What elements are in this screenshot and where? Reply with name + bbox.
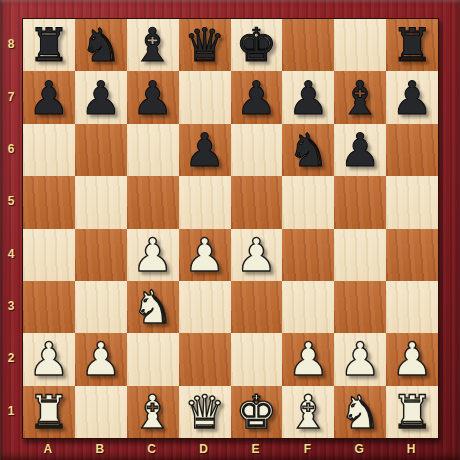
square-h1[interactable]: ♜ <box>386 386 438 438</box>
square-f1[interactable]: ♝ <box>282 386 334 438</box>
square-a2[interactable]: ♟ <box>23 333 75 385</box>
square-d7[interactable] <box>179 71 231 123</box>
square-d5[interactable] <box>179 176 231 228</box>
square-h2[interactable]: ♟ <box>386 333 438 385</box>
piece-black-knight-f6[interactable]: ♞ <box>288 127 329 173</box>
square-a8[interactable]: ♜ <box>23 19 75 71</box>
piece-black-rook-a8[interactable]: ♜ <box>28 22 69 68</box>
square-c5[interactable] <box>127 176 179 228</box>
square-e7[interactable]: ♟ <box>231 71 283 123</box>
piece-black-pawn-d6[interactable]: ♟ <box>184 127 225 173</box>
square-f7[interactable]: ♟ <box>282 71 334 123</box>
piece-white-pawn-b2[interactable]: ♟ <box>80 336 121 382</box>
rank-label-1: 1 <box>0 385 22 437</box>
square-a5[interactable] <box>23 176 75 228</box>
piece-white-king-e1[interactable]: ♚ <box>236 389 277 435</box>
chess-board-frame: 87654321 ♜♞♝♛♚♜♟♟♟♟♟♝♟♟♞♟♟♟♟♞♟♟♟♟♟♜♝♛♚♝♞… <box>0 0 460 460</box>
rank-labels: 87654321 <box>0 18 22 437</box>
square-c1[interactable]: ♝ <box>127 386 179 438</box>
square-b4[interactable] <box>75 229 127 281</box>
file-label-f: F <box>281 437 333 460</box>
piece-white-pawn-g2[interactable]: ♟ <box>340 336 381 382</box>
piece-black-pawn-h7[interactable]: ♟ <box>391 75 432 121</box>
square-d6[interactable]: ♟ <box>179 124 231 176</box>
square-c3[interactable]: ♞ <box>127 281 179 333</box>
piece-white-pawn-h2[interactable]: ♟ <box>391 336 432 382</box>
square-e8[interactable]: ♚ <box>231 19 283 71</box>
file-label-b: B <box>74 437 126 460</box>
square-g6[interactable]: ♟ <box>334 124 386 176</box>
square-h8[interactable]: ♜ <box>386 19 438 71</box>
square-a7[interactable]: ♟ <box>23 71 75 123</box>
square-d1[interactable]: ♛ <box>179 386 231 438</box>
square-g8[interactable] <box>334 19 386 71</box>
square-e2[interactable] <box>231 333 283 385</box>
square-a3[interactable] <box>23 281 75 333</box>
square-e4[interactable]: ♟ <box>231 229 283 281</box>
piece-white-pawn-d4[interactable]: ♟ <box>184 232 225 278</box>
square-h7[interactable]: ♟ <box>386 71 438 123</box>
square-f3[interactable] <box>282 281 334 333</box>
square-c2[interactable] <box>127 333 179 385</box>
piece-white-pawn-f2[interactable]: ♟ <box>288 336 329 382</box>
piece-black-king-e8[interactable]: ♚ <box>236 22 277 68</box>
square-f6[interactable]: ♞ <box>282 124 334 176</box>
piece-white-queen-d1[interactable]: ♛ <box>184 389 225 435</box>
file-label-c: C <box>126 437 178 460</box>
piece-white-pawn-a2[interactable]: ♟ <box>28 336 69 382</box>
square-b6[interactable] <box>75 124 127 176</box>
square-h4[interactable] <box>386 229 438 281</box>
square-f5[interactable] <box>282 176 334 228</box>
square-b3[interactable] <box>75 281 127 333</box>
file-label-h: H <box>385 437 437 460</box>
piece-white-bishop-c1[interactable]: ♝ <box>132 389 173 435</box>
square-f8[interactable] <box>282 19 334 71</box>
square-e3[interactable] <box>231 281 283 333</box>
square-g2[interactable]: ♟ <box>334 333 386 385</box>
square-b8[interactable]: ♞ <box>75 19 127 71</box>
square-g4[interactable] <box>334 229 386 281</box>
piece-black-pawn-a7[interactable]: ♟ <box>28 75 69 121</box>
piece-white-rook-h1[interactable]: ♜ <box>391 389 432 435</box>
piece-black-knight-b8[interactable]: ♞ <box>80 22 121 68</box>
piece-white-pawn-e4[interactable]: ♟ <box>236 232 277 278</box>
square-g1[interactable]: ♞ <box>334 386 386 438</box>
piece-black-pawn-e7[interactable]: ♟ <box>236 75 277 121</box>
rank-label-7: 7 <box>0 70 22 122</box>
square-c6[interactable] <box>127 124 179 176</box>
square-d8[interactable]: ♛ <box>179 19 231 71</box>
square-f4[interactable] <box>282 229 334 281</box>
piece-white-rook-a1[interactable]: ♜ <box>28 389 69 435</box>
square-b7[interactable]: ♟ <box>75 71 127 123</box>
square-b1[interactable] <box>75 386 127 438</box>
square-h6[interactable] <box>386 124 438 176</box>
square-c4[interactable]: ♟ <box>127 229 179 281</box>
piece-black-bishop-c8[interactable]: ♝ <box>132 22 173 68</box>
file-label-a: A <box>22 437 74 460</box>
square-c8[interactable]: ♝ <box>127 19 179 71</box>
piece-black-rook-h8[interactable]: ♜ <box>391 22 432 68</box>
square-f2[interactable]: ♟ <box>282 333 334 385</box>
square-b2[interactable]: ♟ <box>75 333 127 385</box>
square-g5[interactable] <box>334 176 386 228</box>
square-g3[interactable] <box>334 281 386 333</box>
piece-white-bishop-f1[interactable]: ♝ <box>288 389 329 435</box>
square-g7[interactable]: ♝ <box>334 71 386 123</box>
file-labels: ABCDEFGH <box>22 437 437 460</box>
square-d4[interactable]: ♟ <box>179 229 231 281</box>
rank-label-8: 8 <box>0 18 22 70</box>
rank-label-5: 5 <box>0 175 22 227</box>
rank-label-2: 2 <box>0 332 22 384</box>
rank-label-6: 6 <box>0 123 22 175</box>
rank-label-4: 4 <box>0 228 22 280</box>
square-h5[interactable] <box>386 176 438 228</box>
piece-black-pawn-f7[interactable]: ♟ <box>288 75 329 121</box>
square-e1[interactable]: ♚ <box>231 386 283 438</box>
square-h3[interactable] <box>386 281 438 333</box>
square-a6[interactable] <box>23 124 75 176</box>
board: ♜♞♝♛♚♜♟♟♟♟♟♝♟♟♞♟♟♟♟♞♟♟♟♟♟♜♝♛♚♝♞♜ <box>22 18 439 439</box>
piece-black-bishop-g7[interactable]: ♝ <box>340 75 381 121</box>
piece-white-knight-g1[interactable]: ♞ <box>340 389 381 435</box>
square-e6[interactable] <box>231 124 283 176</box>
file-label-d: D <box>178 437 230 460</box>
piece-black-pawn-g6[interactable]: ♟ <box>340 127 381 173</box>
square-a1[interactable]: ♜ <box>23 386 75 438</box>
square-a4[interactable] <box>23 229 75 281</box>
square-e5[interactable] <box>231 176 283 228</box>
square-b5[interactable] <box>75 176 127 228</box>
square-d2[interactable] <box>179 333 231 385</box>
piece-black-pawn-c7[interactable]: ♟ <box>132 75 173 121</box>
piece-white-knight-c3[interactable]: ♞ <box>132 284 173 330</box>
rank-label-3: 3 <box>0 280 22 332</box>
file-label-e: E <box>230 437 282 460</box>
piece-white-pawn-c4[interactable]: ♟ <box>132 232 173 278</box>
square-d3[interactable] <box>179 281 231 333</box>
piece-black-pawn-b7[interactable]: ♟ <box>80 75 121 121</box>
file-label-g: G <box>333 437 385 460</box>
square-c7[interactable]: ♟ <box>127 71 179 123</box>
piece-black-queen-d8[interactable]: ♛ <box>184 22 225 68</box>
